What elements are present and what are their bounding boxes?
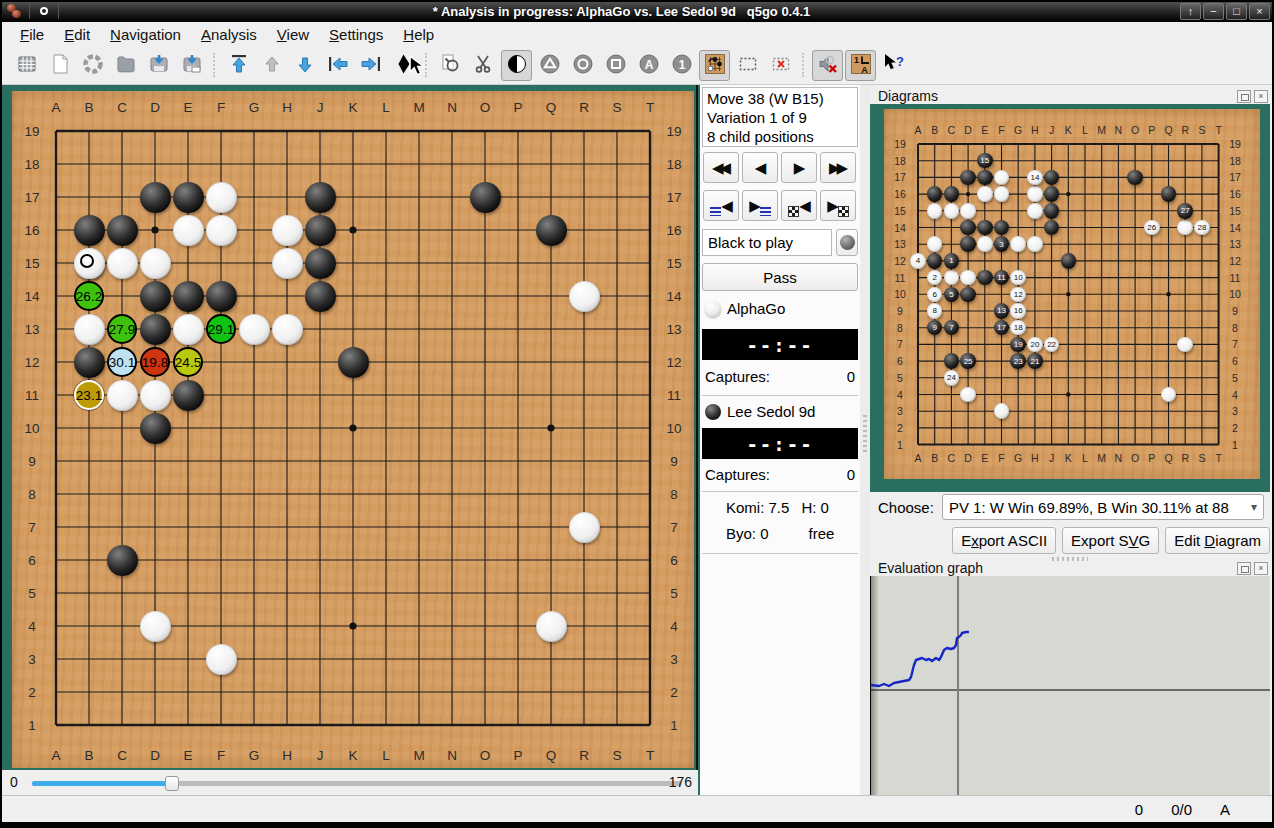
stone-F11[interactable]: 11 [994, 270, 1010, 286]
diamond-icon [392, 52, 416, 79]
toolbar-separator [802, 53, 806, 77]
coord-label: 10 [894, 288, 906, 300]
stone-D13[interactable] [960, 236, 976, 252]
square-mark-button[interactable] [600, 50, 631, 81]
coord-label: 9 [28, 454, 36, 469]
export-row: Export ASCII Export SVG Edit Diagram [870, 524, 1270, 556]
cut-button[interactable] [468, 50, 499, 81]
nav-previous-variation-button[interactable]: ◀ [703, 190, 739, 221]
coord-label: M [1097, 124, 1106, 136]
stone-E14[interactable] [173, 281, 204, 312]
app-window: * Analysis in progress: AlphaGo vs. Lee … [0, 0, 1274, 828]
slider-handle[interactable] [165, 776, 179, 791]
stone-D11[interactable] [960, 270, 976, 286]
stone-G6[interactable]: 23 [1010, 353, 1026, 369]
stone-E16[interactable] [173, 215, 204, 246]
letter-mark-button[interactable]: A [633, 50, 664, 81]
stone-C6[interactable] [944, 353, 960, 369]
coord-label: 18 [666, 157, 681, 172]
choose-row: Choose: PV 1: W Win 69.89%, B Win 30.11%… [870, 492, 1270, 522]
export-button[interactable] [176, 50, 207, 81]
nav-last-move-button[interactable]: ▶▶ [820, 152, 856, 183]
forward-variation-button[interactable] [355, 50, 386, 81]
move-info-line1: Move 38 (W B15) [707, 89, 853, 108]
stone-A12[interactable]: 4 [910, 253, 926, 269]
coord-label: 12 [24, 355, 39, 370]
coord-label: S [612, 748, 621, 763]
white-captures-row: Captures: 0 [702, 368, 858, 385]
analysis-overlay-F13[interactable]: 29.1 [206, 314, 236, 344]
stone-J16[interactable] [305, 215, 336, 246]
stone-F9[interactable]: 13 [994, 303, 1010, 319]
menu-help[interactable]: Help [393, 26, 444, 43]
slider-min-label: 0 [10, 774, 18, 790]
coord-label: S [612, 100, 621, 115]
stone-G11[interactable]: 10 [1010, 270, 1026, 286]
stone-D11[interactable] [140, 380, 171, 411]
stone-J17[interactable] [305, 182, 336, 213]
stone-H15[interactable] [272, 248, 303, 279]
coord-label: T [1215, 124, 1221, 136]
whats-this-button[interactable]: ? [878, 50, 909, 81]
coord-label: 10 [666, 421, 681, 436]
number-mark-button[interactable]: 1 [666, 50, 697, 81]
select-region-button[interactable] [732, 50, 763, 81]
analysis-overlay-B14[interactable]: 26.2 [74, 281, 104, 311]
board-grid-lines [12, 91, 694, 768]
nav-previous-move-button[interactable]: ◀ [742, 152, 778, 183]
stone-H13[interactable] [1027, 236, 1043, 252]
coord-label: Q [546, 748, 557, 763]
stone-G13[interactable] [1010, 236, 1026, 252]
stone-F16[interactable] [206, 215, 237, 246]
coord-label: 8 [670, 487, 678, 502]
tool-bar: A11A? [2, 46, 1272, 85]
stone-F3[interactable] [206, 644, 237, 675]
analysis-overlay-C13[interactable]: 27.9 [107, 314, 137, 344]
stone-C6[interactable] [107, 545, 138, 576]
coord-label: 5 [670, 586, 678, 601]
stone-D14[interactable] [960, 220, 976, 236]
mark-letter-icon: A [637, 52, 661, 79]
coord-label: G [249, 100, 260, 115]
circle-mark-button[interactable] [567, 50, 598, 81]
coord-label: 15 [24, 256, 39, 271]
menu-view[interactable]: View [267, 26, 319, 43]
stone-R7[interactable] [569, 512, 600, 543]
stone-E17[interactable] [173, 182, 204, 213]
evaluation-title: Evaluation graph [878, 560, 1237, 576]
board-grid-mini-icon [788, 206, 799, 217]
coord-label: N [1115, 124, 1123, 136]
coord-label: 9 [897, 305, 903, 317]
stone-B12[interactable] [927, 253, 943, 269]
export-ascii-button[interactable]: Export ASCII [952, 527, 1056, 554]
status-bar: 0 0/0 A [0, 795, 1274, 822]
coord-label: Q [1164, 452, 1172, 464]
stone-C16[interactable] [944, 186, 960, 202]
coord-label: L [1082, 124, 1088, 136]
mark-triangle-icon [538, 52, 562, 79]
stone-R15[interactable]: 27 [1177, 203, 1193, 219]
stone-B10[interactable]: 6 [927, 287, 943, 303]
window-close-button[interactable]: × [1249, 3, 1270, 20]
stone-F3[interactable] [994, 403, 1010, 419]
coord-label: 12 [1229, 255, 1241, 267]
goto-first-move-button[interactable] [223, 50, 254, 81]
previous-move-button[interactable] [256, 50, 287, 81]
stone-J14[interactable] [305, 281, 336, 312]
stone-E17[interactable] [977, 170, 993, 186]
last-move-marker [80, 254, 94, 268]
edit-diagram-button[interactable]: Edit Diagram [1165, 527, 1270, 554]
coord-label: Q [1164, 124, 1172, 136]
variation-lines-icon [710, 207, 721, 216]
analysis-overlay-C12[interactable]: 30.1 [107, 347, 137, 377]
stone-H6[interactable]: 21 [1027, 353, 1043, 369]
evaluation-titlebar: Evaluation graph × [878, 560, 1268, 576]
coord-label: A [51, 100, 60, 115]
coord-label: D [964, 452, 972, 464]
open-file-button[interactable] [110, 50, 141, 81]
coord-label: 6 [28, 553, 36, 568]
coord-label: J [1049, 452, 1054, 464]
coord-label: L [382, 100, 390, 115]
coord-label: 8 [1232, 322, 1238, 334]
coord-label: 15 [894, 205, 906, 217]
move-slider-row: 0 176 [2, 770, 698, 795]
stone-Q4[interactable] [536, 611, 567, 642]
stone-B9[interactable]: 8 [927, 303, 943, 319]
window-menu-icon[interactable] [34, 3, 54, 19]
title-bar[interactable]: * Analysis in progress: AlphaGo vs. Lee … [0, 0, 1274, 22]
white-stone-icon [705, 301, 721, 317]
coord-label: P [1148, 452, 1155, 464]
coord-label: O [480, 100, 491, 115]
stone-B8[interactable]: 9 [927, 320, 943, 336]
stone-D15[interactable] [140, 248, 171, 279]
stone-C8[interactable]: 7 [944, 320, 960, 336]
clear-region-button[interactable] [765, 50, 796, 81]
byo-mode: free [809, 525, 835, 542]
diagram-goban[interactable]: AA1919BB1818CC1717DD1616EE1515FF1414GG13… [884, 109, 1260, 479]
coord-label: O [480, 748, 491, 763]
analysis-overlay-E12[interactable]: 24.5 [173, 347, 203, 377]
stone-C5[interactable]: 24 [944, 370, 960, 386]
window-shade-button[interactable]: ↑ [1180, 3, 1201, 20]
board-grid-mini-icon [838, 206, 849, 217]
stone-K12[interactable] [1061, 253, 1077, 269]
export-svg-button[interactable]: Export SVG [1062, 527, 1159, 554]
coord-label: 2 [670, 685, 678, 700]
stone-C12[interactable]: 1 [944, 253, 960, 269]
coord-label: 18 [24, 157, 39, 172]
menu-navigation[interactable]: Navigation [100, 26, 191, 43]
analysis-overlay-B11[interactable]: 23.1 [74, 380, 104, 410]
handicap-value: H: 0 [801, 499, 829, 516]
open-remote-button[interactable] [77, 50, 108, 81]
game-info-button[interactable] [11, 50, 42, 81]
stone-G9[interactable]: 16 [1010, 303, 1026, 319]
coord-label: R [579, 100, 589, 115]
splitter-grip[interactable] [863, 415, 867, 455]
stone-mark-button[interactable] [501, 50, 532, 81]
next-move-button[interactable] [289, 50, 320, 81]
coord-label: 19 [1229, 138, 1241, 150]
window-buttons: ↑−□× [1180, 3, 1270, 20]
white-captures-value: 0 [847, 368, 855, 385]
coord-label: A [51, 748, 60, 763]
coord-label: G [1014, 124, 1022, 136]
main-goban[interactable]: AA1919BB1818CC1717DD1616EE1515FF1414GG13… [12, 91, 694, 768]
coord-label: 3 [1232, 405, 1238, 417]
nav-previous-comment-button[interactable]: ◀ [781, 190, 817, 221]
folder-icon [114, 52, 138, 79]
panel-splitter[interactable] [860, 85, 870, 795]
slider-fill [32, 781, 172, 786]
preview-button[interactable] [435, 50, 466, 81]
move-info-line2: Variation 1 of 9 [707, 108, 853, 127]
coord-label: T [1215, 452, 1221, 464]
stone-D15[interactable] [960, 203, 976, 219]
stone-O17[interactable] [1127, 170, 1143, 186]
coord-label: 17 [1229, 171, 1241, 183]
stone-D4[interactable] [140, 611, 171, 642]
wheel-icon [81, 52, 105, 79]
coord-label: 4 [897, 389, 903, 401]
stone-F8[interactable]: 17 [994, 320, 1010, 336]
menu-analysis[interactable]: Analysis [191, 26, 267, 43]
coord-label: A [914, 452, 921, 464]
scissors-icon [472, 52, 496, 79]
coord-label: 2 [1232, 422, 1238, 434]
diagrams-close-button[interactable]: × [1254, 90, 1268, 103]
menu-edit[interactable]: Edit [54, 26, 100, 43]
next-move-icon: ▶ [794, 160, 802, 175]
stone-D14[interactable] [140, 281, 171, 312]
evaluation-curve [871, 576, 1270, 795]
slider-max-label: 176 [669, 774, 692, 790]
svg-text:A: A [644, 57, 653, 71]
analysis-overlay-D12[interactable]: 19.8 [140, 347, 170, 377]
toolbar-separator [425, 53, 429, 77]
coord-label: 19 [666, 124, 681, 139]
stone-E18[interactable]: 15 [977, 153, 993, 169]
diagrams-titlebar: Diagrams × [878, 88, 1268, 104]
coord-label: B [84, 748, 93, 763]
stone-R7[interactable] [1177, 337, 1193, 353]
stone-H15[interactable] [1027, 203, 1043, 219]
mark-square-icon [604, 52, 628, 79]
back-to-main-line-button[interactable] [322, 50, 353, 81]
pv-select[interactable]: PV 1: W Win 69.89%, B Win 30.11% at 88 ▾ [942, 494, 1264, 520]
white-clock: --:-- [702, 329, 858, 360]
coord-label: 2 [28, 685, 36, 700]
stone-B11[interactable]: 2 [927, 270, 943, 286]
coord-label: 11 [667, 388, 681, 403]
coord-label: F [217, 748, 225, 763]
coord-label: 6 [897, 355, 903, 367]
coord-label: 6 [1232, 355, 1238, 367]
menu-file[interactable]: File [10, 26, 54, 43]
svg-text:1: 1 [678, 57, 685, 71]
coord-label: 5 [28, 586, 36, 601]
evaluation-graph[interactable] [870, 576, 1270, 795]
stone-E11[interactable] [173, 380, 204, 411]
coord-label: 17 [24, 190, 39, 205]
diagrams-float-button[interactable] [1237, 90, 1251, 103]
stone-F17[interactable] [206, 182, 237, 213]
coord-label: D [150, 748, 160, 763]
coord-label: 8 [28, 487, 36, 502]
coord-label: 6 [670, 553, 678, 568]
analysis-board-button[interactable] [699, 50, 730, 81]
nav-first-move-button[interactable]: ◀◀ [703, 152, 739, 183]
sound-toggle-button[interactable] [812, 50, 843, 81]
coord-label: E [981, 124, 988, 136]
stone-H17[interactable]: 14 [1027, 170, 1043, 186]
stone-C15[interactable] [107, 248, 138, 279]
nav-next-move-button[interactable]: ▶ [781, 152, 817, 183]
coord-label: S [1198, 452, 1205, 464]
first-move-icon: ◀◀ [712, 160, 727, 175]
divider [702, 553, 858, 554]
black-stone-icon [705, 404, 721, 420]
stone-D17[interactable] [960, 170, 976, 186]
nav-next-comment-button[interactable]: ▶ [820, 190, 856, 221]
stone-H7[interactable]: 20 [1027, 337, 1043, 353]
to-play-stone-button[interactable] [836, 229, 858, 256]
coord-label: N [447, 748, 457, 763]
coord-label: R [1181, 124, 1189, 136]
coord-label: 13 [666, 322, 681, 337]
whats-this-icon: ? [882, 52, 906, 79]
stone-H16[interactable] [272, 215, 303, 246]
stone-E14[interactable] [977, 220, 993, 236]
stone-G8[interactable]: 18 [1010, 320, 1026, 336]
stone-E16[interactable] [977, 186, 993, 202]
stone-C10[interactable]: 5 [944, 287, 960, 303]
new-file-button[interactable] [44, 50, 75, 81]
coord-label: C [948, 124, 956, 136]
turn-indicator: Black to play [702, 229, 832, 256]
stone-F16[interactable] [994, 186, 1010, 202]
coord-label: 17 [666, 190, 681, 205]
stone-J15[interactable] [1044, 203, 1060, 219]
stone-D10[interactable] [960, 287, 976, 303]
coord-label: 1 [28, 718, 36, 733]
stone-E11[interactable] [977, 270, 993, 286]
coord-label: 13 [24, 322, 39, 337]
stone-E13[interactable] [977, 236, 993, 252]
stone-D4[interactable] [960, 387, 976, 403]
stone-B16[interactable] [74, 215, 105, 246]
stone-S14[interactable]: 28 [1194, 220, 1210, 236]
stone-G7[interactable]: 19 [1010, 337, 1026, 353]
move-slider[interactable] [32, 781, 682, 786]
coord-label: 13 [1229, 238, 1241, 250]
import-button[interactable] [143, 50, 174, 81]
nav-next-variation-button[interactable]: ▶ [742, 190, 778, 221]
white-player-row: AlphaGo [702, 300, 858, 317]
stone-J15[interactable] [305, 248, 336, 279]
stone-G10[interactable]: 12 [1010, 287, 1026, 303]
diagram-board-area: AA1919BB1818CC1717DD1616EE1515FF1414GG13… [870, 104, 1270, 492]
stone-B12[interactable] [74, 347, 105, 378]
stone-F14[interactable] [206, 281, 237, 312]
stone-B15[interactable] [74, 248, 105, 279]
stone-Q16[interactable] [536, 215, 567, 246]
toolbar-separator [213, 53, 217, 77]
stone-Q16[interactable] [1161, 186, 1177, 202]
stone-R14[interactable] [1177, 220, 1193, 236]
next-variation-icon: ▶ [749, 198, 757, 213]
stone-D10[interactable] [140, 413, 171, 444]
coord-label: K [1065, 452, 1072, 464]
stone-D13[interactable] [140, 314, 171, 345]
evaluation-float-button[interactable] [1237, 562, 1251, 575]
window-minimize-button[interactable]: − [1203, 3, 1224, 20]
stone-O17[interactable] [470, 182, 501, 213]
pv-select-value: PV 1: W Win 69.89%, B Win 30.11% at 88 [949, 499, 1251, 516]
chevron-down-icon: ▾ [1251, 500, 1257, 514]
stone-F13[interactable]: 3 [994, 236, 1010, 252]
status-nodes: 0 [1135, 801, 1143, 818]
stone-H13[interactable] [272, 314, 303, 345]
coord-label: C [117, 748, 127, 763]
coord-label: 7 [1232, 338, 1238, 350]
window-maximize-button[interactable]: □ [1226, 3, 1247, 20]
coord-label: T [646, 748, 654, 763]
evaluation-close-button[interactable]: × [1254, 562, 1268, 575]
stone-H16[interactable] [1027, 186, 1043, 202]
stone-R14[interactable] [569, 281, 600, 312]
coord-label: S [1198, 124, 1205, 136]
stone-C15[interactable] [944, 203, 960, 219]
coordinates-toggle-button[interactable]: 1A [845, 50, 876, 81]
stone-J7[interactable]: 22 [1044, 337, 1060, 353]
stone-G13[interactable] [239, 314, 270, 345]
stone-J16[interactable] [1044, 186, 1060, 202]
stone-K12[interactable] [338, 347, 369, 378]
stone-C16[interactable] [107, 215, 138, 246]
stone-C11[interactable] [107, 380, 138, 411]
coord-label: E [183, 100, 192, 115]
stone-B15[interactable] [927, 203, 943, 219]
edit-mode-button[interactable] [388, 50, 419, 81]
stone-D17[interactable] [140, 182, 171, 213]
stone-P14[interactable]: 26 [1144, 220, 1160, 236]
arrow-down-icon [293, 52, 317, 79]
stone-E13[interactable] [173, 314, 204, 345]
coord-label: 16 [894, 188, 906, 200]
divider [702, 491, 858, 492]
coord-label: T [646, 100, 654, 115]
coord-label: 4 [28, 619, 36, 634]
coord-label: 11 [25, 388, 39, 403]
coord-label: E [183, 748, 192, 763]
previous-move-icon: ◀ [755, 160, 763, 175]
stone-D6[interactable]: 25 [960, 353, 976, 369]
coord-label: 16 [1229, 188, 1241, 200]
triangle-mark-button[interactable] [534, 50, 565, 81]
stone-B13[interactable] [74, 314, 105, 345]
menu-settings[interactable]: Settings [319, 26, 393, 43]
coord-label: P [513, 100, 522, 115]
pass-button[interactable]: Pass [702, 263, 858, 291]
coord-label: 1 [897, 439, 903, 451]
byo-row: Byo: 0 free [702, 525, 858, 542]
